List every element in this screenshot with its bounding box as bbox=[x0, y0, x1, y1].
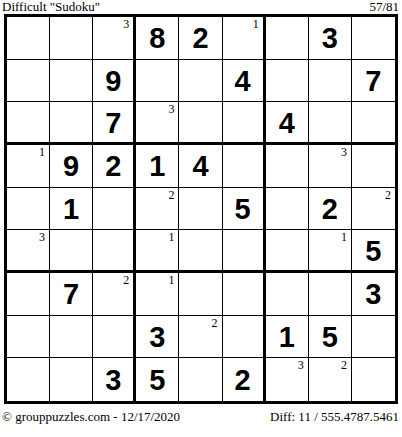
cell-r1c5[interactable]: 2 bbox=[179, 17, 222, 60]
corner-mark: 2 bbox=[212, 316, 218, 330]
cell-r7c5[interactable] bbox=[179, 273, 222, 316]
cell-r3c3[interactable]: 7 bbox=[93, 102, 136, 145]
given-digit: 4 bbox=[235, 65, 251, 96]
cell-r3c7[interactable]: 4 bbox=[266, 102, 309, 145]
corner-mark: 3 bbox=[341, 145, 347, 159]
corner-mark: 2 bbox=[123, 273, 129, 287]
cell-r2c1[interactable] bbox=[7, 60, 50, 103]
cell-r1c2[interactable] bbox=[50, 17, 93, 60]
cell-r7c8[interactable] bbox=[309, 273, 352, 316]
cell-r2c9[interactable]: 7 bbox=[352, 60, 395, 103]
given-digit: 1 bbox=[63, 193, 79, 224]
cell-r4c4[interactable]: 1 bbox=[136, 145, 179, 188]
corner-mark: 2 bbox=[385, 188, 391, 202]
cell-r7c6[interactable] bbox=[223, 273, 266, 316]
cell-r5c6[interactable]: 5 bbox=[223, 188, 266, 231]
cell-r5c7[interactable] bbox=[266, 188, 309, 231]
cell-r4c6[interactable] bbox=[223, 145, 266, 188]
cell-r4c7[interactable] bbox=[266, 145, 309, 188]
cell-r1c8[interactable]: 3 bbox=[309, 17, 352, 60]
cell-r7c7[interactable] bbox=[266, 273, 309, 316]
cell-r9c4[interactable]: 5 bbox=[136, 358, 179, 401]
corner-mark: 1 bbox=[168, 230, 174, 244]
given-digit: 7 bbox=[105, 107, 121, 138]
cell-r8c9[interactable] bbox=[352, 316, 395, 359]
corner-mark: 1 bbox=[39, 145, 45, 159]
cell-r1c1[interactable] bbox=[7, 17, 50, 60]
cell-r2c6[interactable]: 4 bbox=[223, 60, 266, 103]
corner-mark: 1 bbox=[168, 273, 174, 287]
cell-r4c9[interactable] bbox=[352, 145, 395, 188]
cell-r6c5[interactable] bbox=[179, 230, 222, 273]
cell-r9c7[interactable]: 3 bbox=[266, 358, 309, 401]
cell-r8c3[interactable] bbox=[93, 316, 136, 359]
cell-r9c5[interactable] bbox=[179, 358, 222, 401]
cell-r1c7[interactable] bbox=[266, 17, 309, 60]
given-digit: 2 bbox=[105, 150, 121, 181]
cell-r5c9[interactable]: 2 bbox=[352, 188, 395, 231]
sudoku-grid: 382139477341921431252231157213321535232 bbox=[4, 14, 398, 404]
footer: © grouppuzzles.com - 12/17/2020 Diff: 11… bbox=[2, 409, 399, 424]
cell-r8c2[interactable] bbox=[50, 316, 93, 359]
copyright-text: © grouppuzzles.com - 12/17/2020 bbox=[2, 409, 180, 424]
cell-r7c4[interactable]: 1 bbox=[136, 273, 179, 316]
corner-mark: 3 bbox=[168, 102, 174, 116]
given-digit: 3 bbox=[322, 22, 338, 53]
corner-mark: 3 bbox=[39, 230, 45, 244]
cell-r5c8[interactable]: 2 bbox=[309, 188, 352, 231]
given-digit: 4 bbox=[192, 150, 208, 181]
corner-mark: 2 bbox=[341, 358, 347, 372]
given-digit: 3 bbox=[105, 364, 121, 395]
cell-r2c7[interactable] bbox=[266, 60, 309, 103]
cell-r2c4[interactable] bbox=[136, 60, 179, 103]
cell-r7c2[interactable]: 7 bbox=[50, 273, 93, 316]
cell-r1c9[interactable] bbox=[352, 17, 395, 60]
given-digit: 1 bbox=[149, 150, 165, 181]
cell-r9c6[interactable]: 2 bbox=[223, 358, 266, 401]
cell-r7c3[interactable]: 2 bbox=[93, 273, 136, 316]
given-digit: 3 bbox=[365, 278, 381, 309]
difficulty-text: Diff: 11 / 555.4787.5461 bbox=[270, 409, 399, 424]
page: Difficult "Sudoku" 57/81 382139477341921… bbox=[0, 0, 402, 437]
given-digit: 8 bbox=[149, 22, 165, 53]
cell-r4c3[interactable]: 2 bbox=[93, 145, 136, 188]
cell-r5c2[interactable]: 1 bbox=[50, 188, 93, 231]
cell-r3c2[interactable] bbox=[50, 102, 93, 145]
corner-mark: 1 bbox=[341, 230, 347, 244]
given-digit: 5 bbox=[322, 321, 338, 352]
cell-r8c4[interactable]: 3 bbox=[136, 316, 179, 359]
cell-r4c1[interactable]: 1 bbox=[7, 145, 50, 188]
given-digit: 9 bbox=[63, 150, 79, 181]
cell-r2c8[interactable] bbox=[309, 60, 352, 103]
given-digit: 5 bbox=[365, 235, 381, 266]
corner-mark: 3 bbox=[298, 358, 304, 372]
given-digit: 7 bbox=[365, 65, 381, 96]
remaining-counter: 57/81 bbox=[369, 0, 399, 13]
cell-r1c4[interactable]: 8 bbox=[136, 17, 179, 60]
cell-r4c2[interactable]: 9 bbox=[50, 145, 93, 188]
cell-r4c5[interactable]: 4 bbox=[179, 145, 222, 188]
given-digit: 9 bbox=[105, 65, 121, 96]
cell-r6c3[interactable] bbox=[93, 230, 136, 273]
cell-r8c1[interactable] bbox=[7, 316, 50, 359]
cell-r3c1[interactable] bbox=[7, 102, 50, 145]
given-digit: 5 bbox=[149, 364, 165, 395]
cell-r9c2[interactable] bbox=[50, 358, 93, 401]
cell-r6c8[interactable]: 1 bbox=[309, 230, 352, 273]
given-digit: 5 bbox=[235, 193, 251, 224]
header: Difficult "Sudoku" 57/81 bbox=[2, 0, 399, 14]
cell-r6c9[interactable]: 5 bbox=[352, 230, 395, 273]
cell-r5c3[interactable] bbox=[93, 188, 136, 231]
cell-r2c2[interactable] bbox=[50, 60, 93, 103]
cell-r9c8[interactable]: 2 bbox=[309, 358, 352, 401]
cell-r2c3[interactable]: 9 bbox=[93, 60, 136, 103]
cell-r6c4[interactable]: 1 bbox=[136, 230, 179, 273]
cell-r3c8[interactable] bbox=[309, 102, 352, 145]
cell-r1c6[interactable]: 1 bbox=[223, 17, 266, 60]
cell-r3c5[interactable] bbox=[179, 102, 222, 145]
cell-r9c3[interactable]: 3 bbox=[93, 358, 136, 401]
cell-r8c5[interactable]: 2 bbox=[179, 316, 222, 359]
cell-r6c6[interactable] bbox=[223, 230, 266, 273]
cell-r5c1[interactable] bbox=[7, 188, 50, 231]
cell-r3c4[interactable]: 3 bbox=[136, 102, 179, 145]
cell-r6c7[interactable] bbox=[266, 230, 309, 273]
corner-mark: 2 bbox=[168, 188, 174, 202]
cell-r8c6[interactable] bbox=[223, 316, 266, 359]
puzzle-title: Difficult "Sudoku" bbox=[2, 0, 100, 13]
corner-mark: 1 bbox=[253, 17, 259, 31]
given-digit: 2 bbox=[192, 22, 208, 53]
cell-r6c1[interactable]: 3 bbox=[7, 230, 50, 273]
cell-r2c5[interactable] bbox=[179, 60, 222, 103]
cell-r3c6[interactable] bbox=[223, 102, 266, 145]
given-digit: 2 bbox=[322, 193, 338, 224]
cell-r5c5[interactable] bbox=[179, 188, 222, 231]
cell-r5c4[interactable]: 2 bbox=[136, 188, 179, 231]
cell-r4c8[interactable]: 3 bbox=[309, 145, 352, 188]
cell-r7c1[interactable] bbox=[7, 273, 50, 316]
cell-r9c9[interactable] bbox=[352, 358, 395, 401]
cell-r1c3[interactable]: 3 bbox=[93, 17, 136, 60]
given-digit: 2 bbox=[235, 364, 251, 395]
cell-r8c8[interactable]: 5 bbox=[309, 316, 352, 359]
corner-mark: 3 bbox=[123, 17, 129, 31]
given-digit: 3 bbox=[149, 321, 165, 352]
given-digit: 4 bbox=[279, 107, 295, 138]
cell-r6c2[interactable] bbox=[50, 230, 93, 273]
cell-r8c7[interactable]: 1 bbox=[266, 316, 309, 359]
given-digit: 7 bbox=[63, 278, 79, 309]
cell-r7c9[interactable]: 3 bbox=[352, 273, 395, 316]
cell-r3c9[interactable] bbox=[352, 102, 395, 145]
cell-r9c1[interactable] bbox=[7, 358, 50, 401]
given-digit: 1 bbox=[279, 321, 295, 352]
